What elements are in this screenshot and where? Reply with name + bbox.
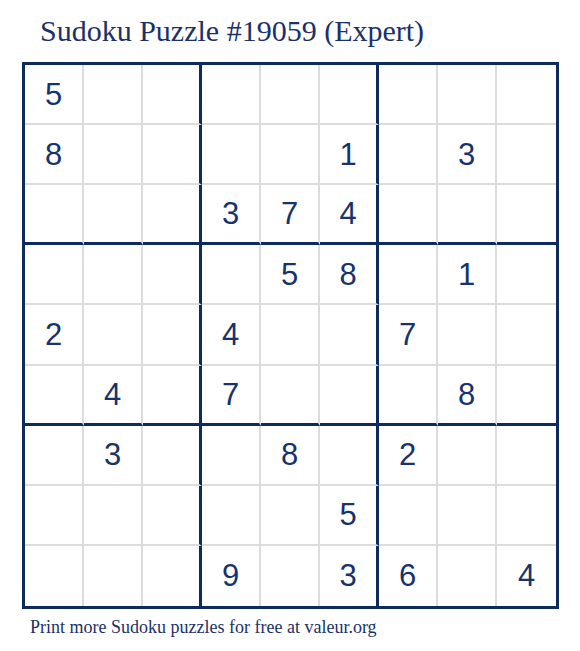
- cell-r4c2: [84, 245, 143, 305]
- cell-r8c5: [261, 486, 320, 546]
- cell-r7c2: 3: [84, 426, 143, 486]
- cell-r8c7: [379, 486, 438, 546]
- cell-r9c5: [261, 546, 320, 606]
- cell-r9c1: [25, 546, 84, 606]
- cell-r6c8: 8: [438, 366, 497, 426]
- cell-r3c5: 7: [261, 185, 320, 245]
- cell-r3c7: [379, 185, 438, 245]
- cell-r6c1: [25, 366, 84, 426]
- cell-r7c3: [143, 426, 202, 486]
- cell-r4c3: [143, 245, 202, 305]
- cell-r7c7: 2: [379, 426, 438, 486]
- cell-r2c2: [84, 125, 143, 185]
- cell-r1c9: [497, 65, 556, 125]
- cell-r9c3: [143, 546, 202, 606]
- cell-r3c8: [438, 185, 497, 245]
- cell-r5c1: 2: [25, 305, 84, 365]
- sudoku-board: 581337458124747838259364: [22, 62, 559, 609]
- cell-r4c6: 8: [320, 245, 379, 305]
- cell-r2c3: [143, 125, 202, 185]
- cell-r1c6: [320, 65, 379, 125]
- cell-r2c7: [379, 125, 438, 185]
- cell-r8c1: [25, 486, 84, 546]
- cell-r3c9: [497, 185, 556, 245]
- cell-r4c9: [497, 245, 556, 305]
- cell-r1c7: [379, 65, 438, 125]
- cell-r4c1: [25, 245, 84, 305]
- cell-r8c9: [497, 486, 556, 546]
- cell-r3c6: 4: [320, 185, 379, 245]
- cell-r9c7: 6: [379, 546, 438, 606]
- cell-r6c6: [320, 366, 379, 426]
- cell-r7c5: 8: [261, 426, 320, 486]
- cell-r6c2: 4: [84, 366, 143, 426]
- cell-r2c6: 1: [320, 125, 379, 185]
- cell-r3c1: [25, 185, 84, 245]
- cell-r1c1: 5: [25, 65, 84, 125]
- cell-r9c4: 9: [202, 546, 261, 606]
- cell-r8c6: 5: [320, 486, 379, 546]
- cell-r7c8: [438, 426, 497, 486]
- cell-r9c9: 4: [497, 546, 556, 606]
- cell-r3c4: 3: [202, 185, 261, 245]
- cell-r4c4: [202, 245, 261, 305]
- cell-r3c3: [143, 185, 202, 245]
- cell-r5c8: [438, 305, 497, 365]
- cell-r4c8: 1: [438, 245, 497, 305]
- cell-r6c9: [497, 366, 556, 426]
- cell-r1c3: [143, 65, 202, 125]
- cell-r1c4: [202, 65, 261, 125]
- cell-r2c4: [202, 125, 261, 185]
- cell-r6c4: 7: [202, 366, 261, 426]
- cell-r5c6: [320, 305, 379, 365]
- cell-r8c4: [202, 486, 261, 546]
- cell-r8c8: [438, 486, 497, 546]
- cell-r3c2: [84, 185, 143, 245]
- cell-r5c3: [143, 305, 202, 365]
- cell-r7c6: [320, 426, 379, 486]
- cell-r1c5: [261, 65, 320, 125]
- cell-r1c2: [84, 65, 143, 125]
- cell-r9c6: 3: [320, 546, 379, 606]
- cell-r1c8: [438, 65, 497, 125]
- cell-r7c9: [497, 426, 556, 486]
- cell-r2c9: [497, 125, 556, 185]
- cell-r5c2: [84, 305, 143, 365]
- cell-r2c1: 8: [25, 125, 84, 185]
- cell-r5c4: 4: [202, 305, 261, 365]
- cell-r7c1: [25, 426, 84, 486]
- cell-r4c7: [379, 245, 438, 305]
- cell-r6c5: [261, 366, 320, 426]
- cell-r7c4: [202, 426, 261, 486]
- cell-r5c9: [497, 305, 556, 365]
- footer-text: Print more Sudoku puzzles for free at va…: [30, 617, 377, 638]
- cell-r4c5: 5: [261, 245, 320, 305]
- cell-r6c3: [143, 366, 202, 426]
- cell-r9c2: [84, 546, 143, 606]
- cell-r5c5: [261, 305, 320, 365]
- cell-r2c5: [261, 125, 320, 185]
- cell-r2c8: 3: [438, 125, 497, 185]
- page-title: Sudoku Puzzle #19059 (Expert): [40, 14, 424, 48]
- cell-r8c3: [143, 486, 202, 546]
- cell-r9c8: [438, 546, 497, 606]
- cell-r5c7: 7: [379, 305, 438, 365]
- cell-r6c7: [379, 366, 438, 426]
- cell-r8c2: [84, 486, 143, 546]
